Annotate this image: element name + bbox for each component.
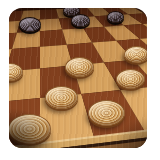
checker-piece-light: [116, 69, 145, 89]
checker-piece-dark: [107, 11, 124, 23]
checker-piece-light: [45, 86, 78, 109]
checker-piece-dark: [71, 14, 90, 27]
checker-piece-light: [9, 114, 51, 144]
checkers-app-icon[interactable]: [9, 8, 147, 148]
board-square: [40, 19, 62, 32]
checker-piece-light: [65, 57, 94, 77]
checker-piece-light: [124, 46, 148, 63]
board-square: [40, 30, 67, 47]
board-square: [40, 9, 59, 19]
checker-piece-light: [88, 100, 125, 126]
checker-piece-dark: [19, 17, 41, 32]
